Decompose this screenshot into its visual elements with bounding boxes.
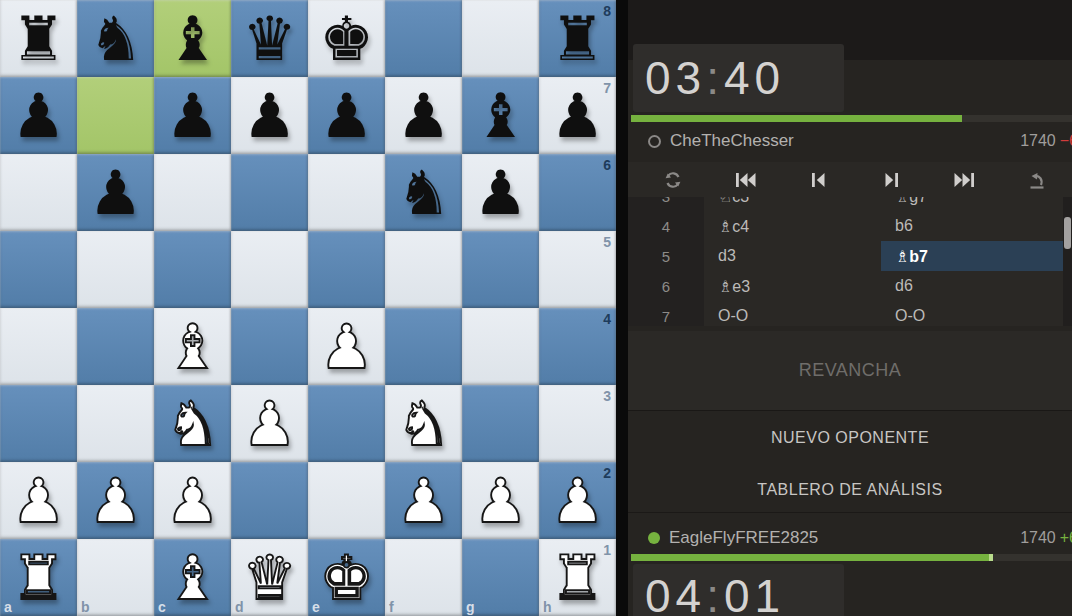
online-status-icon — [648, 532, 660, 544]
square-c5[interactable] — [154, 231, 231, 308]
player-name[interactable]: EagleFlyFREE2825 — [669, 528, 818, 548]
square-b2[interactable]: ♟ — [77, 462, 154, 539]
square-b3[interactable] — [77, 385, 154, 462]
square-f5[interactable] — [385, 231, 462, 308]
piece-black-rook-a8[interactable]: ♜ — [0, 0, 77, 77]
player-clock: 04:01 — [633, 564, 844, 616]
player-row: EagleFlyFREE2825 1740+6 — [628, 522, 1072, 554]
piece-black-bishop-g7[interactable]: ♝ — [462, 77, 539, 154]
square-g8[interactable] — [462, 0, 539, 77]
move-toolbar — [628, 162, 1072, 197]
piece-black-pawn-g6[interactable]: ♟ — [462, 154, 539, 231]
game-sidebar: 03:40 CheTheChesser 1740−6 — [616, 0, 1072, 616]
opponent-clock: 03:40 — [633, 44, 844, 112]
square-c8[interactable]: ♝ — [154, 0, 231, 77]
square-b8[interactable]: ♞ — [77, 0, 154, 77]
piece-black-king-e8[interactable]: ♚ — [308, 0, 385, 77]
square-a2[interactable]: ♟ — [0, 462, 77, 539]
rank-label-5: 5 — [603, 235, 611, 249]
piece-black-knight-b8[interactable]: ♞ — [77, 0, 154, 77]
square-c1[interactable]: ♝c — [154, 539, 231, 616]
opponent-time-bar — [631, 115, 1072, 122]
square-g7[interactable]: ♝ — [462, 77, 539, 154]
rematch-panel: REVANCHA — [628, 331, 1072, 411]
piece-black-bishop-c8[interactable]: ♝ — [154, 0, 231, 77]
file-label-c: c — [158, 600, 166, 614]
move-number: 3 — [628, 197, 704, 211]
square-g1[interactable]: g — [462, 539, 539, 616]
square-d4[interactable] — [231, 308, 308, 385]
square-d2[interactable] — [231, 462, 308, 539]
opponent-clock-time: 03:40 — [645, 51, 785, 105]
piece-black-pawn-d7[interactable]: ♟ — [231, 77, 308, 154]
rank-label-6: 6 — [603, 158, 611, 172]
opponent-name[interactable]: CheTheChesser — [670, 131, 794, 151]
move-number: 7 — [628, 301, 704, 326]
square-a4[interactable] — [0, 308, 77, 385]
square-d8[interactable]: ♛ — [231, 0, 308, 77]
move-black-7[interactable]: O-O — [881, 301, 1063, 326]
file-label-g: g — [466, 600, 475, 614]
rank-label-7: 7 — [603, 81, 611, 95]
square-a8[interactable]: ♜ — [0, 0, 77, 77]
move-white-4[interactable]: ♗c4 — [704, 211, 881, 241]
rematch-button[interactable]: REVANCHA — [628, 359, 1072, 382]
square-g5[interactable] — [462, 231, 539, 308]
square-d6[interactable] — [231, 154, 308, 231]
square-f4[interactable] — [385, 308, 462, 385]
chess-board[interactable]: ♜♞♝♛♚♜8♟♟♟♟♟♝♟7♟♞♟65♝♟4♞♟♞3♟♟♟♟♟♟2♜ab♝c♛… — [0, 0, 616, 616]
move-row-6: 6♗e3d6 — [628, 271, 1072, 301]
new-opponent-button[interactable]: NUEVO OPONENTE — [628, 424, 1072, 452]
move-black-6[interactable]: d6 — [881, 271, 1063, 301]
file-label-e: e — [312, 600, 320, 614]
square-f7[interactable]: ♟ — [385, 77, 462, 154]
move-number: 5 — [628, 241, 704, 271]
move-list[interactable]: 3♘c3♗g74♗c4b65d3♗b76♗e3d67O-OO-O — [628, 197, 1072, 326]
square-h3[interactable]: 3 — [539, 385, 616, 462]
square-c7[interactable]: ♟ — [154, 77, 231, 154]
square-e5[interactable] — [308, 231, 385, 308]
player-time-bar — [631, 554, 1072, 561]
piece-white-pawn-c2[interactable]: ♟ — [154, 462, 231, 539]
square-a5[interactable] — [0, 231, 77, 308]
previous-move-icon[interactable] — [804, 165, 834, 195]
square-a6[interactable] — [0, 154, 77, 231]
square-a1[interactable]: ♜a — [0, 539, 77, 616]
square-g4[interactable] — [462, 308, 539, 385]
file-label-f: f — [389, 600, 394, 614]
move-white-5[interactable]: d3 — [704, 241, 881, 271]
square-d7[interactable]: ♟ — [231, 77, 308, 154]
square-h6[interactable]: 6 — [539, 154, 616, 231]
piece-white-pawn-e4[interactable]: ♟ — [308, 308, 385, 385]
square-c6[interactable] — [154, 154, 231, 231]
square-g6[interactable]: ♟ — [462, 154, 539, 231]
piece-black-pawn-f7[interactable]: ♟ — [385, 77, 462, 154]
player-rating: 1740+6 — [1020, 529, 1072, 547]
square-a3[interactable] — [0, 385, 77, 462]
piece-black-pawn-c7[interactable]: ♟ — [154, 77, 231, 154]
square-h8[interactable]: ♜8 — [539, 0, 616, 77]
square-e7[interactable]: ♟ — [308, 77, 385, 154]
square-b5[interactable] — [77, 231, 154, 308]
square-b1[interactable]: b — [77, 539, 154, 616]
piece-white-knight-c3[interactable]: ♞ — [154, 385, 231, 462]
opponent-rating: 1740−6 — [1020, 132, 1072, 150]
move-black-4[interactable]: b6 — [881, 211, 1063, 241]
square-g3[interactable] — [462, 385, 539, 462]
file-label-d: d — [235, 600, 244, 614]
square-f3[interactable]: ♞ — [385, 385, 462, 462]
square-a7[interactable]: ♟ — [0, 77, 77, 154]
square-h5[interactable]: 5 — [539, 231, 616, 308]
analysis-board-button[interactable]: TABLERO DE ANÁLISIS — [628, 476, 1072, 504]
square-e6[interactable] — [308, 154, 385, 231]
piece-white-pawn-b2[interactable]: ♟ — [77, 462, 154, 539]
move-white-3[interactable]: ♘c3 — [704, 197, 881, 211]
square-c4[interactable]: ♝ — [154, 308, 231, 385]
next-move-icon[interactable] — [876, 165, 906, 195]
piece-white-pawn-g2[interactable]: ♟ — [462, 462, 539, 539]
square-e4[interactable]: ♟ — [308, 308, 385, 385]
square-b4[interactable] — [77, 308, 154, 385]
divider — [628, 512, 1072, 513]
file-label-h: h — [543, 600, 552, 614]
piece-white-pawn-f2[interactable]: ♟ — [385, 462, 462, 539]
analysis-icon[interactable] — [1022, 165, 1052, 195]
move-number: 4 — [628, 211, 704, 241]
piece-black-queen-d8[interactable]: ♛ — [231, 0, 308, 77]
move-row-3: 3♘c3♗g7 — [628, 197, 1072, 211]
square-b7[interactable] — [77, 77, 154, 154]
move-list-scrollbar-thumb[interactable] — [1064, 217, 1071, 249]
move-number: 6 — [628, 271, 704, 301]
move-black-3[interactable]: ♗g7 — [881, 197, 1063, 211]
move-row-4: 4♗c4b6 — [628, 211, 1072, 241]
square-f8[interactable] — [385, 0, 462, 77]
rank-label-4: 4 — [603, 312, 611, 326]
piece-black-pawn-e7[interactable]: ♟ — [308, 77, 385, 154]
move-black-5[interactable]: ♗b7 — [881, 241, 1063, 271]
offline-status-icon — [648, 135, 661, 148]
square-h7[interactable]: ♟7 — [539, 77, 616, 154]
file-label-b: b — [81, 600, 90, 614]
first-move-icon[interactable] — [731, 165, 761, 195]
rank-label-2: 2 — [603, 466, 611, 480]
piece-black-pawn-b6[interactable]: ♟ — [77, 154, 154, 231]
piece-white-bishop-c4[interactable]: ♝ — [154, 308, 231, 385]
square-b6[interactable]: ♟ — [77, 154, 154, 231]
piece-black-knight-f6[interactable]: ♞ — [385, 154, 462, 231]
last-move-icon[interactable] — [949, 165, 979, 195]
rank-label-8: 8 — [603, 4, 611, 18]
square-f1[interactable]: f — [385, 539, 462, 616]
square-f6[interactable]: ♞ — [385, 154, 462, 231]
piece-white-pawn-d3[interactable]: ♟ — [231, 385, 308, 462]
square-g2[interactable]: ♟ — [462, 462, 539, 539]
piece-black-pawn-a7[interactable]: ♟ — [0, 77, 77, 154]
square-c3[interactable]: ♞ — [154, 385, 231, 462]
opponent-player-row: CheTheChesser 1740−6 — [628, 125, 1072, 157]
square-e8[interactable]: ♚ — [308, 0, 385, 77]
square-f2[interactable]: ♟ — [385, 462, 462, 539]
square-e2[interactable] — [308, 462, 385, 539]
move-white-6[interactable]: ♗e3 — [704, 271, 881, 301]
piece-white-knight-f3[interactable]: ♞ — [385, 385, 462, 462]
rank-label-3: 3 — [603, 389, 611, 403]
square-e1[interactable]: ♚e — [308, 539, 385, 616]
move-white-7[interactable]: O-O — [704, 301, 881, 326]
file-label-a: a — [4, 600, 12, 614]
move-row-5: 5d3♗b7 — [628, 241, 1072, 271]
square-d1[interactable]: ♛d — [231, 539, 308, 616]
square-d5[interactable] — [231, 231, 308, 308]
piece-white-pawn-a2[interactable]: ♟ — [0, 462, 77, 539]
square-c2[interactable]: ♟ — [154, 462, 231, 539]
square-h1[interactable]: ♜1h — [539, 539, 616, 616]
move-row-7: 7O-OO-O — [628, 301, 1072, 326]
square-d3[interactable]: ♟ — [231, 385, 308, 462]
square-e3[interactable] — [308, 385, 385, 462]
flip-board-icon[interactable] — [658, 165, 688, 195]
player-clock-time: 04:01 — [645, 569, 785, 616]
rank-label-1: 1 — [603, 543, 611, 557]
square-h2[interactable]: ♟2 — [539, 462, 616, 539]
square-h4[interactable]: 4 — [539, 308, 616, 385]
